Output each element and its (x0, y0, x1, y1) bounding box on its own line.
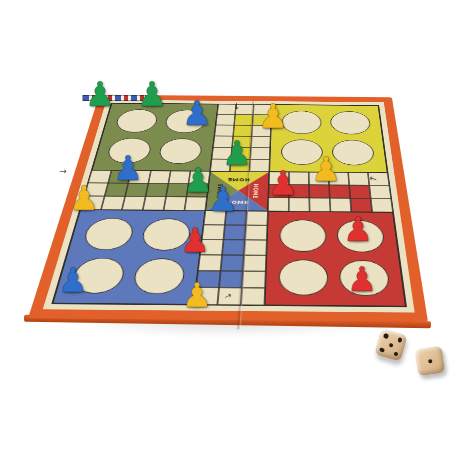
pawn-yellow-glyph: ♟ (311, 152, 341, 186)
pawn-green-glyph: ♟ (85, 77, 115, 111)
path-arrow: → (232, 102, 242, 110)
die-pip (388, 342, 394, 348)
pawn-blue-glyph: ♟ (113, 151, 143, 185)
pawn-blue-glyph: ♟ (208, 182, 238, 216)
pawn-blue-glyph: ♟ (58, 263, 88, 297)
die-pip (393, 351, 399, 357)
path-arrow: → (59, 166, 67, 176)
pawn-yellow-glyph: ♟ (258, 99, 288, 133)
pawn-red-glyph: ♟ (268, 166, 298, 200)
pawn-yellow-glyph: ♟ (69, 181, 99, 215)
path-arrow: → (368, 173, 378, 185)
pawn-red-glyph: ♟ (343, 212, 373, 246)
pawn-yellow-glyph: ♟ (182, 278, 212, 312)
scene: HOME HOME HOME HOME (0, 0, 450, 450)
pawn-blue-glyph: ♟ (182, 96, 212, 130)
pieces-layer: →→→→♟♟♟♟♟♟♟♟♟♟♟♟♟♟♟♟ (0, 0, 450, 450)
die-1[interactable] (374, 328, 407, 361)
die-pip (383, 333, 389, 339)
pawn-red-glyph: ♟ (347, 262, 377, 296)
path-arrow: → (222, 290, 233, 302)
pawn-red-glyph: ♟ (180, 223, 210, 257)
die-pip (427, 358, 432, 363)
die-2[interactable] (415, 346, 445, 376)
die-pip (397, 337, 403, 343)
pawn-green-glyph: ♟ (222, 136, 252, 170)
pawn-green-glyph: ♟ (137, 77, 167, 111)
die-pip (379, 347, 385, 353)
